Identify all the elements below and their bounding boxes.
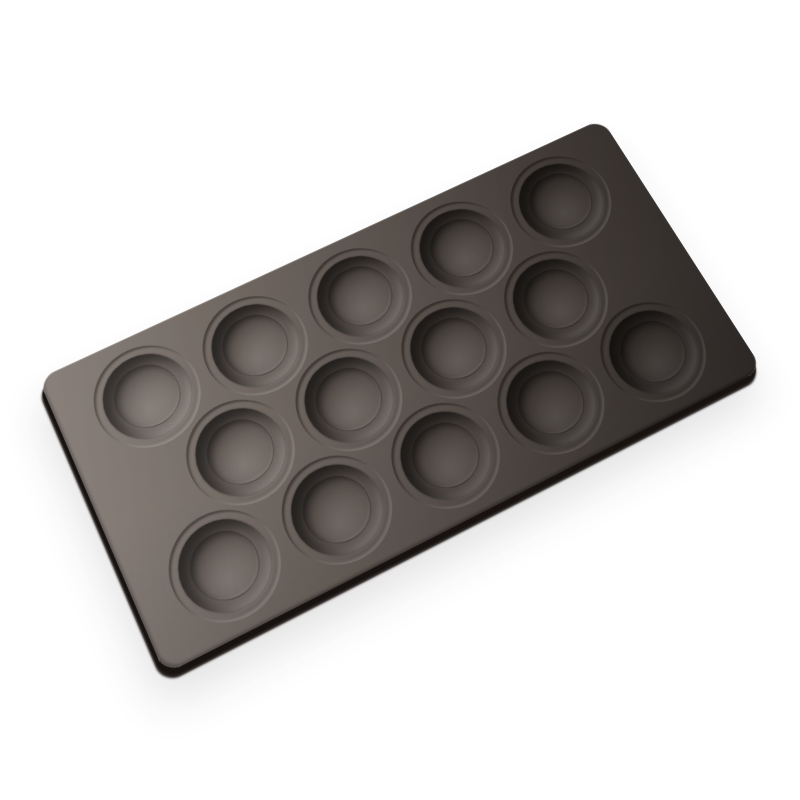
cavity-well — [593, 297, 713, 408]
cavity-floor — [317, 256, 403, 337]
cavity-floor — [518, 164, 603, 240]
cavity-floor — [196, 408, 285, 496]
cavity-floor — [410, 307, 499, 390]
cavity-floor — [400, 411, 491, 500]
product-photo — [0, 0, 800, 800]
cavity-well — [290, 343, 409, 457]
cavity-floor — [305, 357, 394, 443]
pan-cavity — [151, 491, 299, 642]
cavity-floor — [512, 259, 600, 340]
cavity-well — [504, 151, 618, 252]
cavity-floor — [506, 360, 597, 446]
cavity-well — [395, 294, 513, 405]
cavity-floor — [608, 310, 698, 393]
cavity-floor — [179, 519, 271, 613]
cavity-floor — [419, 209, 505, 287]
cavity-well — [276, 450, 398, 572]
cavity-well — [498, 246, 615, 354]
cavity-floor — [212, 304, 299, 387]
cavity-well — [385, 397, 507, 515]
cavity-well — [303, 243, 418, 350]
cavity-well — [181, 394, 300, 512]
cavity-well — [491, 346, 612, 461]
bun-pan — [38, 119, 762, 675]
cavity-well — [198, 291, 314, 402]
cavity-floor — [104, 354, 191, 440]
cavity-well — [405, 197, 520, 301]
cavity-floor — [291, 464, 383, 555]
cavity-well — [164, 504, 287, 630]
